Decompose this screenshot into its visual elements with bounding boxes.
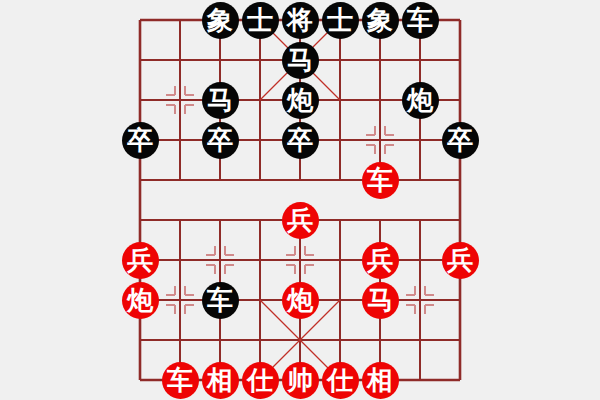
piece-red-general[interactable]: 帅: [282, 362, 319, 399]
piece-black-soldier[interactable]: 卒: [202, 122, 239, 159]
piece-black-cannon[interactable]: 炮: [282, 82, 319, 119]
piece-red-cannon[interactable]: 炮: [282, 282, 319, 319]
piece-red-chariot[interactable]: 车: [162, 362, 199, 399]
piece-black-chariot[interactable]: 车: [402, 2, 439, 39]
piece-red-chariot[interactable]: 车: [362, 162, 399, 199]
piece-red-elephant[interactable]: 相: [362, 362, 399, 399]
piece-black-soldier[interactable]: 卒: [282, 122, 319, 159]
piece-black-advisor[interactable]: 士: [322, 2, 359, 39]
piece-red-advisor[interactable]: 仕: [242, 362, 279, 399]
piece-black-soldier[interactable]: 卒: [122, 122, 159, 159]
piece-red-soldier[interactable]: 兵: [122, 242, 159, 279]
piece-red-soldier[interactable]: 兵: [442, 242, 479, 279]
piece-red-elephant[interactable]: 相: [202, 362, 239, 399]
xiangqi-board[interactable]: 象士将士象车马马炮炮卒卒卒卒车兵兵兵兵炮车炮马车相仕帅仕相: [120, 0, 480, 400]
piece-red-soldier[interactable]: 兵: [362, 242, 399, 279]
piece-black-soldier[interactable]: 卒: [442, 122, 479, 159]
piece-red-advisor[interactable]: 仕: [322, 362, 359, 399]
piece-black-chariot[interactable]: 车: [202, 282, 239, 319]
piece-black-elephant[interactable]: 象: [202, 2, 239, 39]
piece-black-elephant[interactable]: 象: [362, 2, 399, 39]
piece-red-soldier[interactable]: 兵: [282, 202, 319, 239]
piece-red-horse[interactable]: 马: [362, 282, 399, 319]
piece-black-general[interactable]: 将: [282, 2, 319, 39]
xiangqi-screen: 象士将士象车马马炮炮卒卒卒卒车兵兵兵兵炮车炮马车相仕帅仕相: [0, 0, 600, 400]
piece-black-horse[interactable]: 马: [282, 42, 319, 79]
piece-black-horse[interactable]: 马: [202, 82, 239, 119]
piece-black-advisor[interactable]: 士: [242, 2, 279, 39]
piece-red-cannon[interactable]: 炮: [122, 282, 159, 319]
piece-black-cannon[interactable]: 炮: [402, 82, 439, 119]
